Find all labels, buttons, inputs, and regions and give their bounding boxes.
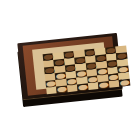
board-square: ● bbox=[75, 57, 86, 65]
board-square: ● bbox=[84, 49, 95, 57]
light-checker: ● bbox=[57, 85, 68, 93]
dark-checker: ● bbox=[44, 66, 55, 74]
dark-checker: ● bbox=[95, 54, 106, 62]
board-square: ● bbox=[116, 52, 127, 60]
dark-checker: ● bbox=[107, 60, 118, 68]
dark-checker: ● bbox=[54, 58, 65, 66]
board-square: ● bbox=[108, 73, 119, 81]
board-grid: ●●●●●●●●●●●●●●●●●●●●●●●● bbox=[43, 49, 98, 83]
board-square: ● bbox=[76, 70, 87, 78]
dark-checker: ● bbox=[43, 53, 54, 61]
board-square: ● bbox=[107, 60, 118, 68]
board-square: ● bbox=[44, 67, 55, 75]
board-square: ● bbox=[118, 66, 129, 74]
dark-checker: ● bbox=[63, 51, 74, 59]
light-checker: ● bbox=[77, 83, 88, 91]
board-square: ● bbox=[119, 79, 130, 87]
light-checker: ● bbox=[108, 73, 119, 81]
light-checker: ● bbox=[55, 72, 66, 80]
board-square: ● bbox=[66, 78, 77, 86]
dark-checker: ● bbox=[86, 62, 97, 70]
board-square: ● bbox=[87, 75, 98, 83]
board-square: ● bbox=[95, 54, 106, 62]
dark-checker: ● bbox=[84, 48, 95, 56]
board-square: ● bbox=[77, 83, 88, 91]
board-square: ● bbox=[63, 51, 74, 59]
light-checker: ● bbox=[119, 79, 130, 87]
board-square: ● bbox=[54, 59, 65, 67]
light-checker: ● bbox=[76, 70, 87, 78]
board-square: ● bbox=[86, 62, 97, 70]
board-frame-inner-line: ●●●●●●●●●●●●●●●●●●●●●●●● bbox=[32, 42, 108, 90]
dark-checker: ● bbox=[75, 56, 86, 64]
dark-checker: ● bbox=[65, 64, 76, 72]
board-frame-mahogany: ●●●●●●●●●●●●●●●●●●●●●●●● bbox=[23, 36, 118, 96]
light-checker: ● bbox=[45, 80, 56, 88]
light-checker: ● bbox=[66, 77, 77, 85]
light-checker: ● bbox=[87, 75, 98, 83]
board-square: ● bbox=[105, 47, 116, 55]
light-checker: ● bbox=[118, 65, 129, 73]
board-square: ● bbox=[43, 53, 54, 61]
board-square: ● bbox=[98, 81, 109, 89]
checkers-set-photo[interactable]: ●●●●●●●●●●●●●●●●●●●●●●●● bbox=[0, 0, 140, 140]
board-square: ● bbox=[97, 68, 108, 76]
board-square: ● bbox=[45, 80, 56, 88]
board-square: ● bbox=[55, 72, 66, 80]
board-square: ● bbox=[65, 64, 76, 72]
light-checker: ● bbox=[98, 81, 109, 89]
checkers-board: ●●●●●●●●●●●●●●●●●●●●●●●● bbox=[17, 33, 122, 99]
dark-checker: ● bbox=[105, 46, 116, 54]
dark-checker: ● bbox=[116, 52, 127, 60]
light-checker: ● bbox=[97, 67, 108, 75]
board-square: ● bbox=[57, 85, 68, 93]
